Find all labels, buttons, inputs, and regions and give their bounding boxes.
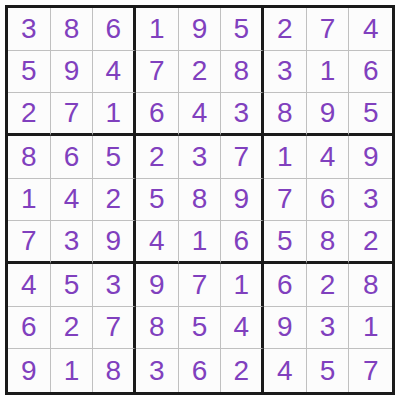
cell-r7c3[interactable]: 3	[93, 264, 136, 307]
cell-r6c6[interactable]: 6	[221, 221, 264, 264]
cell-r4c3[interactable]: 5	[93, 136, 136, 179]
cell-r3c9[interactable]: 5	[349, 93, 392, 136]
cell-r3c6[interactable]: 3	[221, 93, 264, 136]
cell-r3c5[interactable]: 4	[179, 93, 222, 136]
cell-r2c5[interactable]: 2	[179, 51, 222, 94]
cell-r7c8[interactable]: 2	[307, 264, 350, 307]
cell-r7c6[interactable]: 1	[221, 264, 264, 307]
cell-r8c3[interactable]: 7	[93, 307, 136, 350]
cell-r5c2[interactable]: 4	[51, 179, 94, 222]
cell-r4c7[interactable]: 1	[264, 136, 307, 179]
cell-r9c9[interactable]: 7	[349, 349, 392, 392]
cell-r1c7[interactable]: 2	[264, 8, 307, 51]
cell-r1c9[interactable]: 4	[349, 8, 392, 51]
cell-r3c1[interactable]: 2	[8, 93, 51, 136]
cell-r6c8[interactable]: 8	[307, 221, 350, 264]
cell-r6c1[interactable]: 7	[8, 221, 51, 264]
cell-r6c9[interactable]: 2	[349, 221, 392, 264]
cell-r9c5[interactable]: 6	[179, 349, 222, 392]
cell-r4c6[interactable]: 7	[221, 136, 264, 179]
cell-r2c2[interactable]: 9	[51, 51, 94, 94]
cell-r2c1[interactable]: 5	[8, 51, 51, 94]
cell-r7c5[interactable]: 7	[179, 264, 222, 307]
cell-r3c8[interactable]: 9	[307, 93, 350, 136]
cell-r6c3[interactable]: 9	[93, 221, 136, 264]
cell-r3c3[interactable]: 1	[93, 93, 136, 136]
cell-r9c7[interactable]: 4	[264, 349, 307, 392]
cell-r3c4[interactable]: 6	[136, 93, 179, 136]
cell-r5c6[interactable]: 9	[221, 179, 264, 222]
cell-r2c3[interactable]: 4	[93, 51, 136, 94]
cell-r1c1[interactable]: 3	[8, 8, 51, 51]
cell-r8c2[interactable]: 2	[51, 307, 94, 350]
cell-r5c9[interactable]: 3	[349, 179, 392, 222]
cell-r9c1[interactable]: 9	[8, 349, 51, 392]
cell-r7c1[interactable]: 4	[8, 264, 51, 307]
cell-r2c6[interactable]: 8	[221, 51, 264, 94]
cell-r2c4[interactable]: 7	[136, 51, 179, 94]
cell-r1c8[interactable]: 7	[307, 8, 350, 51]
cell-r9c2[interactable]: 1	[51, 349, 94, 392]
cell-r4c4[interactable]: 2	[136, 136, 179, 179]
cell-r4c2[interactable]: 6	[51, 136, 94, 179]
cell-r3c7[interactable]: 8	[264, 93, 307, 136]
cell-r8c1[interactable]: 6	[8, 307, 51, 350]
cell-r5c3[interactable]: 2	[93, 179, 136, 222]
cell-r8c5[interactable]: 5	[179, 307, 222, 350]
cell-r9c4[interactable]: 3	[136, 349, 179, 392]
cell-r1c3[interactable]: 6	[93, 8, 136, 51]
cell-r9c6[interactable]: 2	[221, 349, 264, 392]
cell-r1c4[interactable]: 1	[136, 8, 179, 51]
cell-r8c4[interactable]: 8	[136, 307, 179, 350]
cell-r2c8[interactable]: 1	[307, 51, 350, 94]
cell-r3c2[interactable]: 7	[51, 93, 94, 136]
cell-r5c5[interactable]: 8	[179, 179, 222, 222]
cell-r2c7[interactable]: 3	[264, 51, 307, 94]
cell-r4c1[interactable]: 8	[8, 136, 51, 179]
cell-r2c9[interactable]: 6	[349, 51, 392, 94]
cell-r9c8[interactable]: 5	[307, 349, 350, 392]
cell-r1c5[interactable]: 9	[179, 8, 222, 51]
cell-r8c6[interactable]: 4	[221, 307, 264, 350]
cell-r8c7[interactable]: 9	[264, 307, 307, 350]
cell-r8c9[interactable]: 1	[349, 307, 392, 350]
sudoku-board: 3861952745947283162716438958652371491425…	[5, 5, 395, 395]
cell-r7c2[interactable]: 5	[51, 264, 94, 307]
cell-r9c3[interactable]: 8	[93, 349, 136, 392]
cell-r5c7[interactable]: 7	[264, 179, 307, 222]
cell-r7c9[interactable]: 8	[349, 264, 392, 307]
cell-r5c1[interactable]: 1	[8, 179, 51, 222]
cell-r8c8[interactable]: 3	[307, 307, 350, 350]
cell-r5c8[interactable]: 6	[307, 179, 350, 222]
cell-r6c7[interactable]: 5	[264, 221, 307, 264]
cell-r4c9[interactable]: 9	[349, 136, 392, 179]
cell-r1c2[interactable]: 8	[51, 8, 94, 51]
cell-r4c8[interactable]: 4	[307, 136, 350, 179]
cell-r7c4[interactable]: 9	[136, 264, 179, 307]
cell-r4c5[interactable]: 3	[179, 136, 222, 179]
cell-r1c6[interactable]: 5	[221, 8, 264, 51]
cell-r6c4[interactable]: 4	[136, 221, 179, 264]
cell-r6c5[interactable]: 1	[179, 221, 222, 264]
cell-r5c4[interactable]: 5	[136, 179, 179, 222]
cell-r7c7[interactable]: 6	[264, 264, 307, 307]
cell-r6c2[interactable]: 3	[51, 221, 94, 264]
